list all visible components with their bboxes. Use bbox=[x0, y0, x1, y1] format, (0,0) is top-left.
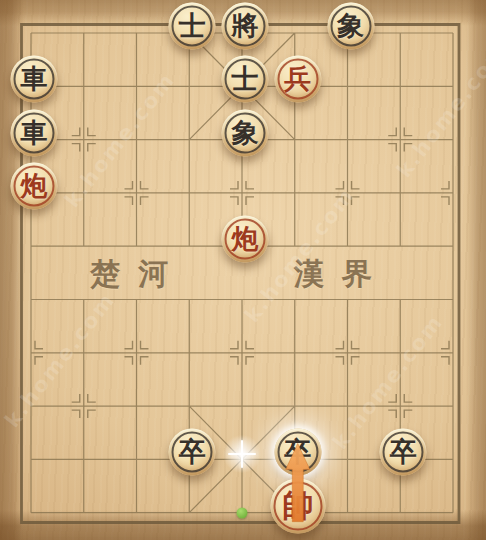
move-hint-arrow bbox=[0, 0, 486, 540]
xiangqi-app: 楚河 漢界 士將象車士兵車象炮炮卒卒卒帥 k.home.com k.home.c… bbox=[0, 0, 486, 540]
